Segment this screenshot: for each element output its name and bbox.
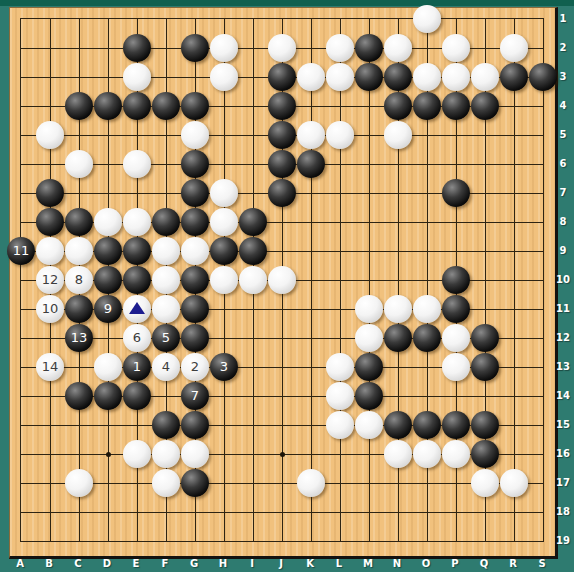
move-number-B11: 10 [42,295,59,323]
stone-black-G14: 7 [181,382,209,410]
col-label-S: S [538,558,545,569]
stone-black-B8 [36,208,64,236]
stone-black-D4 [94,92,122,120]
stone-black-I8 [239,208,267,236]
grid-vline [340,19,341,541]
col-label-B: B [45,558,53,569]
col-label-R: R [509,558,517,569]
stone-white-C9 [65,237,93,265]
row-label-4: 4 [560,100,567,111]
col-label-Q: Q [480,558,489,569]
row-label-16: 16 [556,448,570,459]
stone-white-C6 [65,150,93,178]
stone-black-P4 [442,92,470,120]
stone-white-E3 [123,63,151,91]
row-label-5: 5 [560,129,567,140]
star-point-J16 [280,452,285,457]
stone-white-O11 [413,295,441,323]
stone-black-A9: 11 [7,237,35,265]
move-number-G14: 7 [191,382,199,410]
go-board[interactable]: 1112810913651414237 [9,7,558,559]
stone-black-S3 [529,63,557,91]
stone-white-K3 [297,63,325,91]
stone-black-N3 [384,63,412,91]
move-number-A9: 11 [13,237,30,265]
stone-white-L13 [326,353,354,381]
stone-black-G15 [181,411,209,439]
row-label-6: 6 [560,158,567,169]
stone-black-B7 [36,179,64,207]
stone-black-C11 [65,295,93,323]
stone-black-H13: 3 [210,353,238,381]
stone-white-M12 [355,324,383,352]
stone-white-E6 [123,150,151,178]
stone-white-O16 [413,440,441,468]
stone-black-C8 [65,208,93,236]
move-number-H13: 3 [220,353,228,381]
stone-white-P2 [442,34,470,62]
stone-black-D10 [94,266,122,294]
row-label-17: 17 [556,477,570,488]
stone-black-G11 [181,295,209,323]
col-label-D: D [103,558,111,569]
stone-white-E12: 6 [123,324,151,352]
stone-white-E8 [123,208,151,236]
stone-black-J7 [268,179,296,207]
stone-black-M13 [355,353,383,381]
stone-black-H9 [210,237,238,265]
stone-white-B5 [36,121,64,149]
stone-white-G16 [181,440,209,468]
row-label-13: 13 [556,361,570,372]
stone-white-Q17 [471,469,499,497]
stone-white-H3 [210,63,238,91]
col-label-A: A [16,558,24,569]
stone-black-N12 [384,324,412,352]
row-label-3: 3 [560,71,567,82]
stone-white-E16 [123,440,151,468]
stone-black-E10 [123,266,151,294]
stone-black-P15 [442,411,470,439]
stone-black-G12 [181,324,209,352]
col-label-E: E [133,558,140,569]
stone-black-D14 [94,382,122,410]
stone-black-G8 [181,208,209,236]
stone-white-K17 [297,469,325,497]
stone-white-D13 [94,353,122,381]
col-label-H: H [219,558,227,569]
star-point-D16 [106,452,111,457]
triangle-marker-E11 [129,302,145,314]
stone-black-O15 [413,411,441,439]
stone-black-C12: 13 [65,324,93,352]
stone-black-O4 [413,92,441,120]
stone-white-O3 [413,63,441,91]
stone-white-B9 [36,237,64,265]
stone-black-G10 [181,266,209,294]
stone-white-G9 [181,237,209,265]
stone-black-G2 [181,34,209,62]
stone-white-D8 [94,208,122,236]
stone-black-J4 [268,92,296,120]
stone-white-G5 [181,121,209,149]
move-number-G13: 2 [191,353,199,381]
col-label-P: P [451,558,458,569]
row-label-19: 19 [556,535,570,546]
stone-white-L2 [326,34,354,62]
stone-black-F12: 5 [152,324,180,352]
stone-white-L3 [326,63,354,91]
stone-black-J3 [268,63,296,91]
col-label-J: J [279,558,283,569]
stone-black-G6 [181,150,209,178]
stone-black-Q4 [471,92,499,120]
row-label-11: 11 [556,303,570,314]
row-label-8: 8 [560,216,567,227]
stone-white-C10: 8 [65,266,93,294]
row-label-7: 7 [560,187,567,198]
stone-white-O1 [413,5,441,33]
row-label-14: 14 [556,390,570,401]
stone-black-J5 [268,121,296,149]
stone-white-P16 [442,440,470,468]
col-label-C: C [74,558,81,569]
stone-white-H8 [210,208,238,236]
move-number-C12: 13 [71,324,88,352]
col-label-G: G [190,558,198,569]
stone-black-F8 [152,208,180,236]
col-label-F: F [162,558,169,569]
stone-white-F10 [152,266,180,294]
grid-hline [21,483,543,484]
move-number-F13: 4 [162,353,170,381]
stone-black-J6 [268,150,296,178]
stone-white-J2 [268,34,296,62]
stone-black-E14 [123,382,151,410]
stone-white-H7 [210,179,238,207]
row-label-15: 15 [556,419,570,430]
stone-black-C4 [65,92,93,120]
stone-white-H2 [210,34,238,62]
stone-white-N11 [384,295,412,323]
grid-vline [311,19,312,541]
move-number-D11: 9 [104,295,112,323]
stone-white-J10 [268,266,296,294]
row-label-9: 9 [560,245,567,256]
move-number-E13: 1 [133,353,141,381]
stone-white-P12 [442,324,470,352]
stone-white-M15 [355,411,383,439]
stone-black-F15 [152,411,180,439]
stone-black-N4 [384,92,412,120]
row-label-12: 12 [556,332,570,343]
row-label-2: 2 [560,42,567,53]
stone-black-N15 [384,411,412,439]
stone-black-E13: 1 [123,353,151,381]
stone-white-B11: 10 [36,295,64,323]
stone-white-L14 [326,382,354,410]
move-number-E12: 6 [133,324,141,352]
stone-black-M2 [355,34,383,62]
stone-white-H10 [210,266,238,294]
stone-black-K6 [297,150,325,178]
stone-white-B13: 14 [36,353,64,381]
stone-black-Q12 [471,324,499,352]
col-label-M: M [363,558,373,569]
col-label-K: K [306,558,314,569]
row-label-18: 18 [556,506,570,517]
stone-white-R2 [500,34,528,62]
stone-black-P10 [442,266,470,294]
stone-black-R3 [500,63,528,91]
col-label-L: L [336,558,342,569]
stone-black-D11: 9 [94,295,122,323]
stone-white-N16 [384,440,412,468]
stone-white-Q3 [471,63,499,91]
stone-white-P13 [442,353,470,381]
stone-white-B10: 12 [36,266,64,294]
stone-black-P11 [442,295,470,323]
stone-white-N2 [384,34,412,62]
stone-white-K5 [297,121,325,149]
grid-vline [514,19,515,541]
stone-black-O12 [413,324,441,352]
stone-black-F4 [152,92,180,120]
stone-white-F11 [152,295,180,323]
stone-black-C14 [65,382,93,410]
stone-black-G17 [181,469,209,497]
stone-black-E2 [123,34,151,62]
grid-hline [21,512,543,513]
stone-black-D9 [94,237,122,265]
stone-black-G7 [181,179,209,207]
stone-white-M11 [355,295,383,323]
row-label-10: 10 [556,274,570,285]
col-label-N: N [393,558,401,569]
col-label-I: I [250,558,254,569]
go-game-window: { "game": "go", "board_size": 19, "orien… [0,0,574,572]
move-number-B10: 12 [42,266,59,294]
stone-black-E9 [123,237,151,265]
move-number-C10: 8 [75,266,83,294]
stone-black-Q16 [471,440,499,468]
row-label-1: 1 [560,13,567,24]
stone-black-Q13 [471,353,499,381]
stone-black-Q15 [471,411,499,439]
stone-white-L5 [326,121,354,149]
grid-vline [369,19,370,541]
stone-white-P3 [442,63,470,91]
stone-white-G13: 2 [181,353,209,381]
stone-black-P7 [442,179,470,207]
stone-black-I9 [239,237,267,265]
stone-white-F17 [152,469,180,497]
stone-black-G4 [181,92,209,120]
stone-white-L15 [326,411,354,439]
stone-black-M3 [355,63,383,91]
stone-white-F13: 4 [152,353,180,381]
stone-black-E4 [123,92,151,120]
stone-white-F9 [152,237,180,265]
window-top-edge [0,0,574,6]
stone-white-I10 [239,266,267,294]
stone-white-R17 [500,469,528,497]
move-number-B13: 14 [42,353,59,381]
stone-black-M14 [355,382,383,410]
stone-white-F16 [152,440,180,468]
stone-white-N5 [384,121,412,149]
move-number-F12: 5 [162,324,170,352]
stone-white-C17 [65,469,93,497]
col-label-O: O [422,558,431,569]
